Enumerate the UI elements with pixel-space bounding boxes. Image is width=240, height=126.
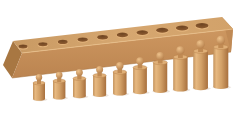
cylinder-socket-hole [156, 28, 169, 34]
cylinder-body [153, 63, 167, 91]
hole-opening [196, 23, 209, 28]
hole-opening [137, 30, 149, 35]
cylinder-body [213, 47, 228, 87]
cylinder-body [33, 83, 45, 99]
cylinder-body [193, 51, 208, 88]
cylinder-socket-hole [136, 30, 149, 36]
cylinder-body [133, 68, 147, 93]
knob-ball [76, 69, 83, 76]
hole-opening [78, 37, 88, 41]
cylinder-base [133, 90, 147, 94]
knobbed-cylinder [33, 74, 48, 101]
knob-ball [176, 46, 184, 54]
knob-ball [96, 66, 103, 73]
knob-ball [196, 40, 204, 48]
cylinder-socket-hole [97, 35, 109, 41]
hole-opening [97, 35, 108, 39]
cylinder-socket-hole [38, 42, 48, 47]
hole-opening [156, 28, 168, 33]
knob-ball [217, 36, 226, 45]
cylinder-base [113, 91, 127, 95]
cylinder-socket-hole [116, 33, 128, 39]
cylinder-base [73, 94, 86, 98]
cylinder-socket-hole [175, 25, 188, 31]
cylinder-base [93, 93, 106, 97]
cylinder-base [173, 87, 187, 91]
cylinder-body [113, 72, 127, 94]
hole-opening [176, 25, 188, 30]
cylinder-base [33, 97, 45, 101]
cylinder-body [73, 79, 86, 97]
cylinder-base [213, 84, 228, 89]
knobbed-cylinder [112, 62, 129, 96]
hole-opening [38, 42, 47, 46]
cylinder-body [173, 57, 187, 89]
knob-ball [156, 52, 164, 60]
cylinder-socket-hole [195, 23, 209, 29]
cylinder-base [153, 89, 167, 93]
knobbed-cylinder [72, 69, 88, 98]
knobbed-cylinder [52, 72, 67, 100]
hole-opening [19, 45, 28, 49]
knob-ball [116, 62, 123, 69]
hole-opening [117, 33, 128, 38]
knob-ball [136, 57, 144, 65]
knob-ball [56, 72, 63, 79]
cylinder-socket-hole [77, 37, 88, 42]
knob-ball [36, 74, 42, 80]
cylinder-body [53, 81, 65, 98]
montessori-cylinder-block-photo [0, 0, 240, 126]
cylinder-base [193, 86, 208, 91]
scene-svg [0, 0, 240, 126]
cylinder-base [53, 96, 65, 100]
cylinder-socket-hole [18, 45, 28, 50]
cylinder-socket-hole [57, 40, 68, 45]
hole-opening [58, 40, 68, 44]
cylinder-body [93, 76, 106, 95]
knobbed-cylinder [92, 66, 108, 97]
